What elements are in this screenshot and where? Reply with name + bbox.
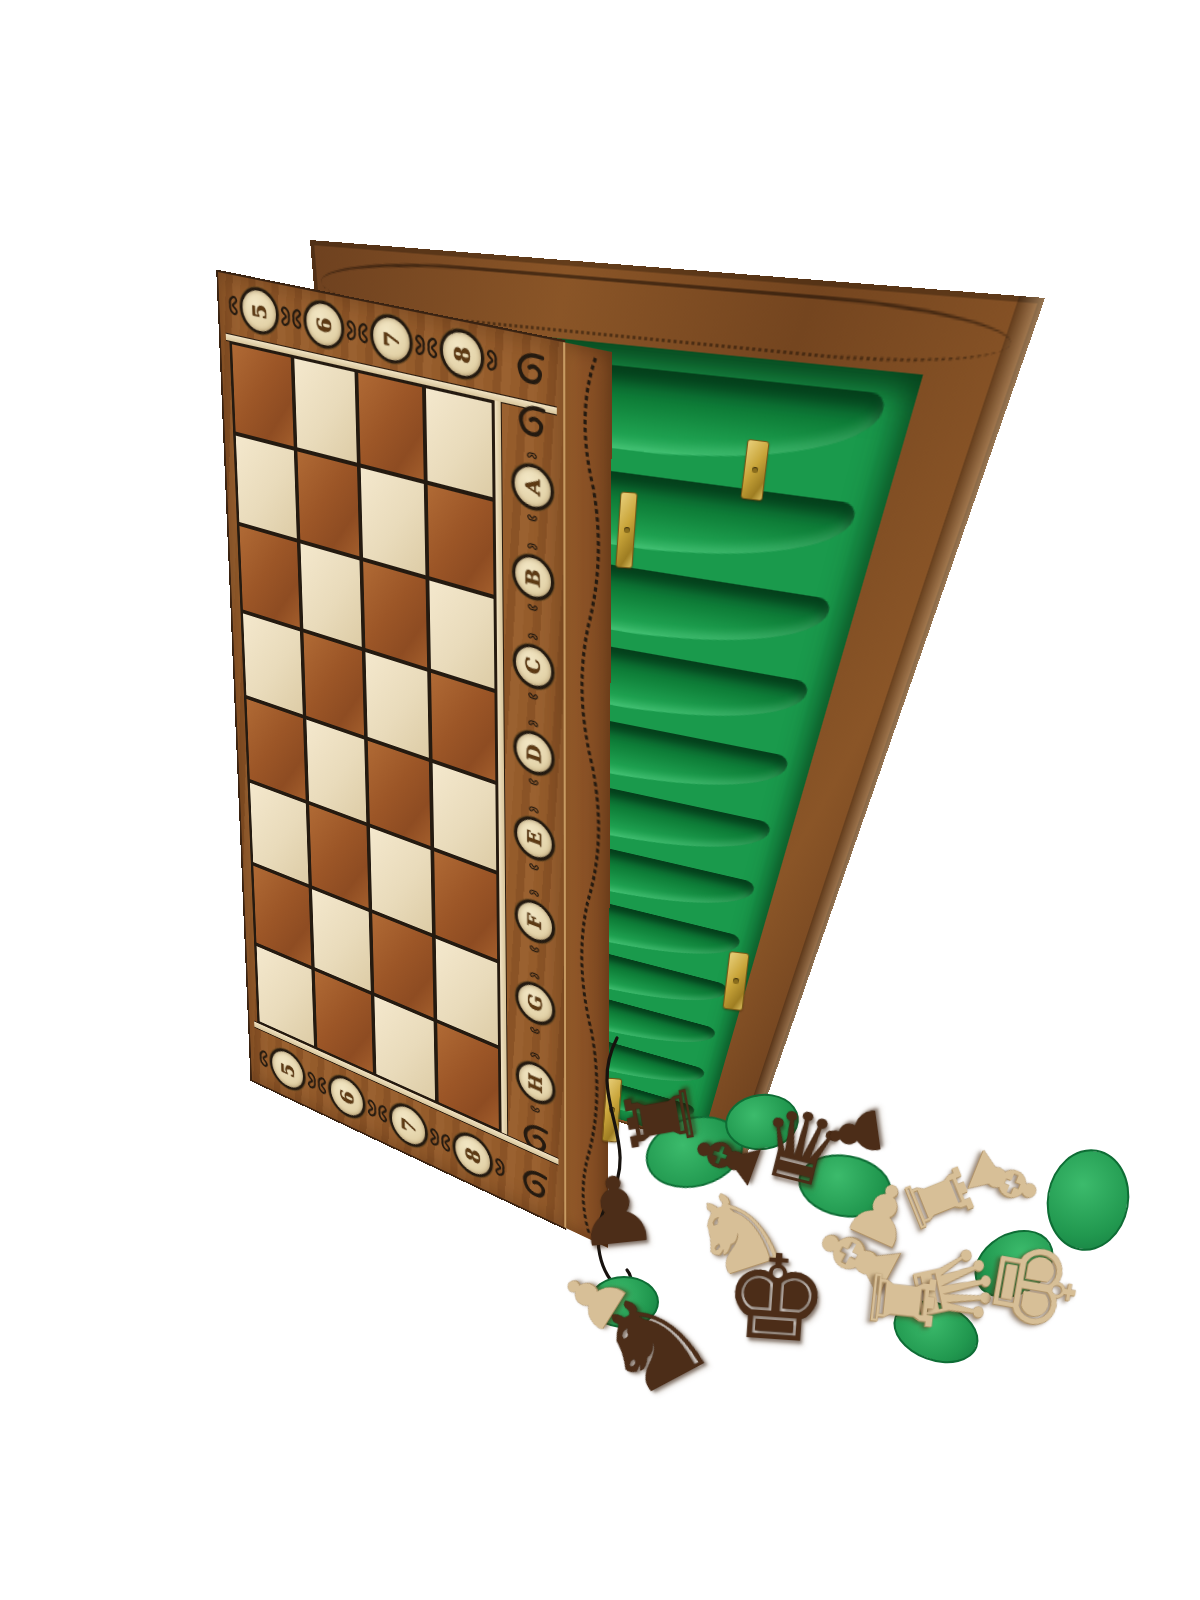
chess-piece-light-rook: ♜	[856, 1258, 947, 1342]
heart-scroll-icon	[485, 342, 499, 379]
square-c5	[239, 525, 299, 627]
rank-medallion-5-label: 5	[248, 301, 271, 321]
rank-medallion-6: 6	[303, 297, 345, 353]
square-a6	[294, 358, 357, 463]
heart-scroll-icon	[529, 1041, 542, 1071]
rank-medallion-6: 6	[328, 1069, 366, 1125]
heart-scroll-icon	[227, 288, 239, 322]
heart-scroll-icon	[526, 592, 539, 624]
heart-scroll-icon	[526, 620, 539, 652]
heart-scroll-icon	[440, 1126, 452, 1159]
rank-medallion-7-label: 7	[397, 1114, 419, 1137]
square-b5	[236, 436, 297, 538]
heart-scroll-icon	[493, 1151, 505, 1184]
square-b7	[361, 468, 425, 575]
heart-scroll-icon	[426, 330, 439, 366]
file-medallion-cell: A	[501, 433, 563, 540]
square-a8	[425, 388, 492, 497]
heart-scroll-icon	[527, 680, 540, 712]
rank-medallion-7: 7	[389, 1097, 428, 1155]
file-medallion-E-label: E	[523, 827, 545, 850]
square-c7	[363, 561, 427, 667]
heart-scroll-icon	[345, 313, 358, 348]
file-medallion-D-label: D	[522, 741, 544, 765]
file-medallion-C-label: C	[522, 655, 544, 678]
file-medallion-A-label: A	[521, 476, 544, 498]
rank-medallion-5: 5	[239, 284, 279, 339]
square-d5	[243, 613, 302, 714]
rank-medallion-5: 5	[269, 1042, 306, 1097]
rank-medallion-8: 8	[452, 1126, 493, 1185]
heart-scroll-icon	[525, 502, 539, 534]
file-medallion-F-label: F	[524, 911, 546, 933]
square-c8	[429, 580, 495, 689]
chessboard-half: 5678 ABCDEFGH 5678	[218, 272, 564, 1227]
square-a7	[358, 373, 423, 480]
heart-scroll-icon	[528, 960, 541, 991]
rank-medallion-5-label: 5	[277, 1058, 298, 1080]
file-medallion-B-label: B	[521, 566, 544, 590]
heart-scroll-icon	[258, 1043, 269, 1074]
heart-scroll-icon	[527, 708, 540, 739]
heart-scroll-icon	[428, 1121, 440, 1154]
square-b8	[427, 485, 493, 594]
board-squares	[229, 341, 501, 1134]
square-a5	[232, 344, 293, 446]
chess-piece-light-rook: ♜	[889, 1151, 988, 1245]
square-d6	[303, 632, 364, 735]
heart-scroll-icon	[366, 1092, 378, 1124]
chess-piece-light-king: ♚	[972, 1229, 1095, 1343]
chess-piece-dark-pawn: ♟	[819, 1099, 893, 1167]
rank-medallion-6-label: 6	[336, 1085, 357, 1108]
square-b6	[297, 452, 359, 556]
product-photo-chess-set: 5678 ABCDEFGH 5678 ♜♟♝♞♛♚♝♟♛♜♚♞♟♝♟♜	[0, 0, 1200, 1600]
heart-scroll-icon	[377, 1097, 389, 1129]
heart-scroll-icon	[291, 302, 304, 337]
rank-medallion-8: 8	[440, 325, 485, 384]
heart-scroll-icon	[357, 315, 370, 350]
heart-scroll-icon	[527, 794, 540, 825]
heart-scroll-icon	[528, 878, 541, 909]
rank-medallion-8-label: 8	[449, 343, 474, 365]
square-c6	[300, 543, 362, 647]
heart-scroll-icon	[525, 439, 539, 471]
file-medallion-G-label: G	[524, 991, 545, 1016]
heart-scroll-icon	[527, 767, 540, 798]
heart-scroll-icon	[316, 1070, 328, 1101]
chess-piece-dark-pawn: ♟	[570, 1162, 662, 1262]
square-d7	[365, 652, 428, 758]
rank-medallion-8-label: 8	[461, 1143, 484, 1167]
heart-scroll-icon	[526, 531, 539, 563]
heart-scroll-icon	[413, 327, 426, 363]
rank-medallion-7-label: 7	[379, 328, 403, 349]
square-d8	[431, 672, 496, 780]
heart-scroll-icon	[529, 1094, 542, 1124]
rank-medallion-7: 7	[370, 310, 413, 367]
corner-scroll-icon	[513, 346, 549, 392]
file-medallion-H-label: H	[525, 1070, 546, 1096]
rank-medallion-6-label: 6	[312, 314, 335, 335]
